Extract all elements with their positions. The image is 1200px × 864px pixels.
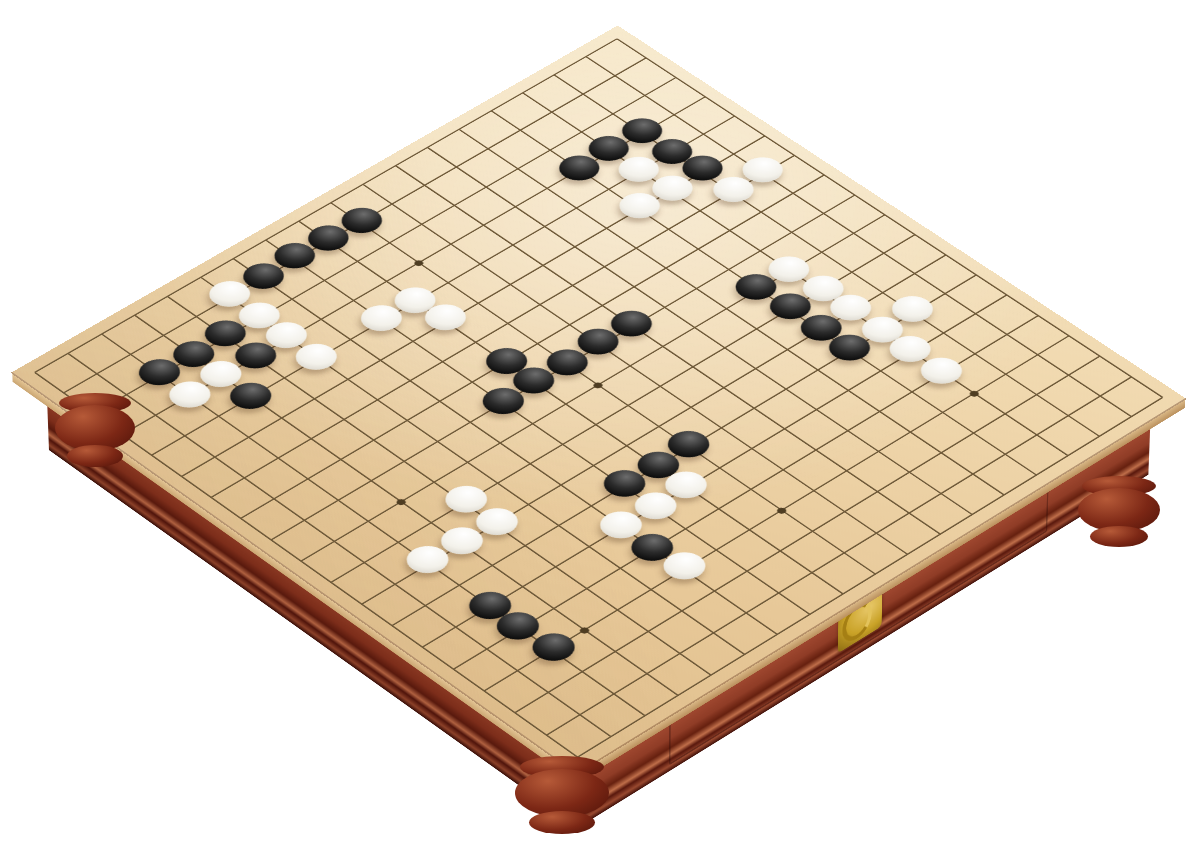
stand-foot-front	[515, 756, 609, 836]
grid-line	[265, 240, 811, 615]
board-grid[interactable]	[35, 39, 1163, 757]
grid-line	[585, 56, 1132, 417]
product-photo	[0, 0, 1200, 864]
grid-line	[67, 353, 611, 737]
stand-foot-left	[55, 393, 135, 471]
stand-foot-right	[1078, 476, 1160, 550]
grid-line	[483, 335, 1069, 691]
grid-line	[546, 376, 1132, 735]
go-board[interactable]	[11, 25, 1187, 774]
